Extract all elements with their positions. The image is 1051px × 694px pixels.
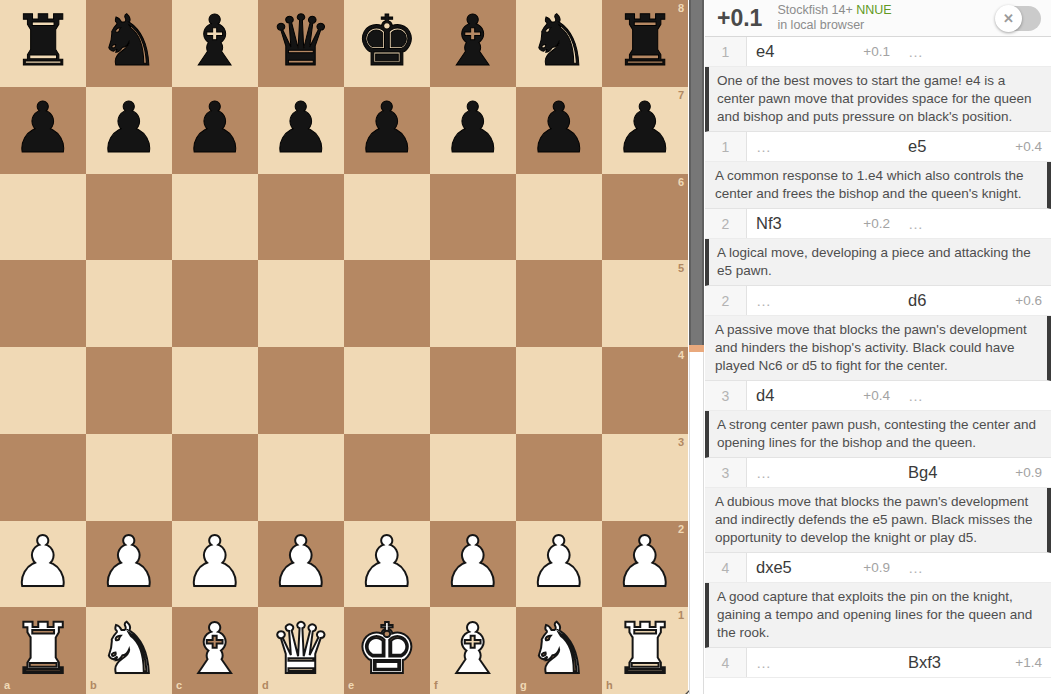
piece-black-pawn-d7[interactable]: ♟ [270,93,333,163]
square-e3[interactable] [344,434,430,521]
move-san: d6 [908,291,926,310]
move-list: 1e4+0.1…One of the best moves to start t… [705,37,1051,678]
white-move-cell[interactable]: Nf3+0.2 [747,209,899,238]
square-a4[interactable] [0,347,86,434]
square-b2[interactable]: ♟ [86,521,172,608]
square-h8[interactable]: ♜8 [602,0,688,87]
move-number: 4 [705,553,747,582]
move-placeholder: … [756,464,772,481]
square-d5[interactable] [258,260,344,347]
square-d7[interactable]: ♟ [258,87,344,174]
move-eval: +0.2 [863,216,890,231]
square-e8[interactable]: ♚ [344,0,430,87]
square-b3[interactable] [86,434,172,521]
move-number: 1 [705,132,747,161]
move-row-2-black[interactable]: 2…d6+0.6 [705,286,1051,316]
square-d8[interactable]: ♛ [258,0,344,87]
square-c6[interactable] [172,174,258,261]
square-g8[interactable]: ♞ [516,0,602,87]
white-move-cell[interactable]: … [747,458,899,487]
file-label-a: a [4,680,10,691]
white-move-cell[interactable]: dxe5+0.9 [747,553,899,582]
square-g2[interactable]: ♟ [516,521,602,608]
piece-black-king-e8[interactable]: ♚ [356,6,419,76]
move-placeholder: … [756,654,772,671]
piece-white-knight-b1[interactable]: ♞ [98,614,161,684]
square-b1[interactable]: ♞b [86,607,172,694]
piece-black-pawn-h7[interactable]: ♟ [614,93,677,163]
piece-black-knight-g8[interactable]: ♞ [528,6,591,76]
move-comment: A common response to 1.e4 which also con… [705,162,1051,209]
piece-black-pawn-a7[interactable]: ♟ [12,93,75,163]
square-c3[interactable] [172,434,258,521]
move-eval: +1.4 [1015,655,1042,670]
square-a7[interactable]: ♟ [0,87,86,174]
move-placeholder: … [908,559,924,576]
piece-white-knight-g1[interactable]: ♞ [528,614,591,684]
eval-gauge-tick [689,345,704,352]
square-a6[interactable] [0,174,86,261]
move-row-1-black[interactable]: 1…e5+0.4 [705,132,1051,162]
piece-white-pawn-c2[interactable]: ♟ [184,527,247,597]
piece-white-king-e1[interactable]: ♚ [356,614,419,684]
move-eval: +0.4 [1015,139,1042,154]
file-label-h: h [606,680,613,691]
square-h3[interactable]: 3 [602,434,688,521]
move-placeholder: … [908,215,924,232]
rank-label-8: 8 [678,3,684,14]
move-eval: +0.9 [863,560,890,575]
square-b7[interactable]: ♟ [86,87,172,174]
move-row-4-black[interactable]: 4…Bxf3+1.4 [705,648,1051,678]
move-san: Nf3 [756,214,782,233]
move-placeholder: … [908,387,924,404]
engine-eval: +0.1 [717,5,762,32]
square-c4[interactable] [172,347,258,434]
square-f5[interactable] [430,260,516,347]
white-move-cell[interactable]: e4+0.1 [747,37,899,66]
file-label-b: b [90,680,97,691]
eval-gauge [689,0,704,694]
rank-label-5: 5 [678,263,684,274]
move-number: 4 [705,648,747,677]
square-h5[interactable]: 5 [602,260,688,347]
square-a1[interactable]: ♜a [0,607,86,694]
engine-info: Stockfish 14+ NNUE in local browser [777,3,891,33]
move-row-4-white[interactable]: 4dxe5+0.9… [705,553,1051,583]
piece-black-rook-a8[interactable]: ♜ [12,6,75,76]
analysis-panel: +0.1 Stockfish 14+ NNUE in local browser… [705,0,1051,694]
engine-header: +0.1 Stockfish 14+ NNUE in local browser… [705,0,1051,37]
square-d3[interactable] [258,434,344,521]
square-c5[interactable] [172,260,258,347]
square-d1[interactable]: ♛d [258,607,344,694]
rank-label-4: 4 [678,350,684,361]
white-move-cell[interactable]: … [747,132,899,161]
piece-black-pawn-e7[interactable]: ♟ [356,93,419,163]
square-d6[interactable] [258,174,344,261]
chess-board[interactable]: ♜♞♝♛♚♝♞♜8♟♟♟♟♟♟♟♟76543♟♟♟♟♟♟♟♟2♜a♞b♝c♛d♚… [0,0,688,694]
piece-white-rook-a1[interactable]: ♜ [12,614,75,684]
piece-white-pawn-e2[interactable]: ♟ [356,527,419,597]
file-label-c: c [176,680,182,691]
square-a3[interactable] [0,434,86,521]
square-e6[interactable] [344,174,430,261]
file-label-d: d [262,680,269,691]
square-f7[interactable]: ♟ [430,87,516,174]
move-number: 2 [705,286,747,315]
square-e2[interactable]: ♟ [344,521,430,608]
square-g1[interactable]: ♞g [516,607,602,694]
square-a5[interactable] [0,260,86,347]
piece-black-pawn-f7[interactable]: ♟ [442,93,505,163]
square-a8[interactable]: ♜ [0,0,86,87]
file-label-g: g [520,680,527,691]
move-comment: A dubious move that blocks the pawn's de… [705,488,1051,553]
engine-name: Stockfish 14+ [777,3,852,17]
piece-white-pawn-g2[interactable]: ♟ [528,527,591,597]
piece-black-knight-b8[interactable]: ♞ [98,6,161,76]
engine-nnue-badge: NNUE [856,3,891,17]
piece-white-bishop-f1[interactable]: ♝ [442,614,505,684]
move-comment: One of the best moves to start the game!… [705,67,1051,132]
x-icon: ✕ [1003,11,1014,26]
rank-label-2: 2 [678,524,684,535]
move-placeholder: … [908,43,924,60]
move-comment: A strong center pawn push, contesting th… [705,411,1051,458]
move-san: Bg4 [908,463,937,482]
square-d4[interactable] [258,347,344,434]
square-h1[interactable]: ♜1h [602,607,688,694]
square-h7[interactable]: ♟7 [602,87,688,174]
move-number: 3 [705,381,747,410]
square-e1[interactable]: ♚e [344,607,430,694]
move-comment: A passive move that blocks the pawn's de… [705,316,1051,381]
square-h4[interactable]: 4 [602,347,688,434]
square-c2[interactable]: ♟ [172,521,258,608]
piece-black-rook-h8[interactable]: ♜ [614,6,677,76]
piece-black-bishop-f8[interactable]: ♝ [442,6,505,76]
move-san: e4 [756,42,774,61]
square-f8[interactable]: ♝ [430,0,516,87]
piece-white-pawn-b2[interactable]: ♟ [98,527,161,597]
move-number: 2 [705,209,747,238]
move-eval: +0.9 [1015,465,1042,480]
move-comment: A good capture that exploits the pin on … [705,583,1051,648]
move-eval: +0.6 [1015,293,1042,308]
black-move-cell[interactable]: Bxf3+1.4 [899,648,1051,677]
square-f2[interactable]: ♟ [430,521,516,608]
engine-toggle-knob[interactable]: ✕ [995,5,1022,32]
piece-white-bishop-c1[interactable]: ♝ [184,614,247,684]
square-c8[interactable]: ♝ [172,0,258,87]
white-move-cell[interactable]: d4+0.4 [747,381,899,410]
move-placeholder: … [756,138,772,155]
move-number: 3 [705,458,747,487]
black-move-cell[interactable]: Bg4+0.9 [899,458,1051,487]
square-c1[interactable]: ♝c [172,607,258,694]
black-move-cell[interactable]: … [899,209,1051,238]
square-f3[interactable] [430,434,516,521]
move-eval: +0.1 [863,44,890,59]
move-row-3-white[interactable]: 3d4+0.4… [705,381,1051,411]
black-move-cell[interactable]: … [899,381,1051,410]
move-comment: A logical move, developing a piece and a… [705,239,1051,286]
piece-white-pawn-f2[interactable]: ♟ [442,527,505,597]
square-e4[interactable] [344,347,430,434]
file-label-f: f [434,680,438,691]
square-c7[interactable]: ♟ [172,87,258,174]
square-g7[interactable]: ♟ [516,87,602,174]
black-move-cell[interactable]: … [899,553,1051,582]
piece-white-pawn-a2[interactable]: ♟ [12,527,75,597]
square-f1[interactable]: ♝f [430,607,516,694]
engine-toggle[interactable]: ✕ [996,6,1041,31]
black-move-cell[interactable]: … [899,37,1051,66]
square-g4[interactable] [516,347,602,434]
square-h2[interactable]: ♟2 [602,521,688,608]
move-san: Bxf3 [908,653,941,672]
move-san: dxe5 [756,558,792,577]
eval-gauge-black-section [689,0,704,345]
square-e7[interactable]: ♟ [344,87,430,174]
piece-black-pawn-c7[interactable]: ♟ [184,93,247,163]
piece-black-pawn-g7[interactable]: ♟ [528,93,591,163]
white-move-cell[interactable]: … [747,648,899,677]
move-san: e5 [908,137,926,156]
rank-label-7: 7 [678,90,684,101]
piece-black-pawn-b7[interactable]: ♟ [98,93,161,163]
piece-white-queen-d1[interactable]: ♛ [270,614,333,684]
square-b6[interactable] [86,174,172,261]
square-g5[interactable] [516,260,602,347]
move-eval: +0.4 [863,388,890,403]
engine-location: in local browser [777,18,864,32]
rank-label-6: 6 [678,177,684,188]
square-b5[interactable] [86,260,172,347]
square-f4[interactable] [430,347,516,434]
piece-black-queen-d8[interactable]: ♛ [270,6,333,76]
square-h6[interactable]: 6 [602,174,688,261]
white-move-cell[interactable]: … [747,286,899,315]
square-b4[interactable] [86,347,172,434]
move-placeholder: … [756,292,772,309]
piece-white-pawn-h2[interactable]: ♟ [614,527,677,597]
square-a2[interactable]: ♟ [0,521,86,608]
move-row-2-white[interactable]: 2Nf3+0.2… [705,209,1051,239]
square-e5[interactable] [344,260,430,347]
chess-analysis-app: ♜♞♝♛♚♝♞♜8♟♟♟♟♟♟♟♟76543♟♟♟♟♟♟♟♟2♜a♞b♝c♛d♚… [0,0,1051,694]
square-g6[interactable] [516,174,602,261]
piece-black-bishop-c8[interactable]: ♝ [184,6,247,76]
move-number: 1 [705,37,747,66]
square-f6[interactable] [430,174,516,261]
move-row-1-white[interactable]: 1e4+0.1… [705,37,1051,67]
move-row-3-black[interactable]: 3…Bg4+0.9 [705,458,1051,488]
black-move-cell[interactable]: e5+0.4 [899,132,1051,161]
rank-label-1: 1 [678,610,684,621]
square-g3[interactable] [516,434,602,521]
square-b8[interactable]: ♞ [86,0,172,87]
file-label-e: e [348,680,354,691]
square-d2[interactable]: ♟ [258,521,344,608]
piece-white-pawn-d2[interactable]: ♟ [270,527,333,597]
black-move-cell[interactable]: d6+0.6 [899,286,1051,315]
rank-label-3: 3 [678,437,684,448]
move-san: d4 [756,386,774,405]
piece-white-rook-h1[interactable]: ♜ [614,614,677,684]
